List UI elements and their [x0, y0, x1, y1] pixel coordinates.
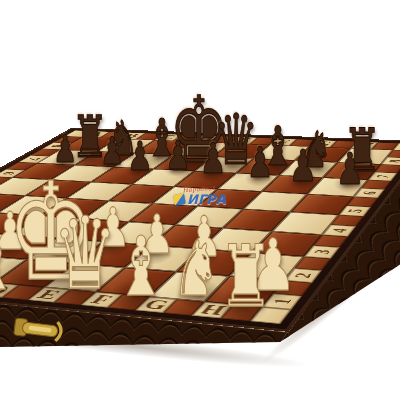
chess-set-photo: AABBCCDDEEFFGGHH1122334455667788 Народна… — [0, 0, 400, 400]
rank-label-6: 6 — [354, 188, 385, 198]
watermark-logo-icon — [173, 193, 186, 206]
photo-watermark: Народная ИГРА — [174, 186, 226, 206]
rank-label-7: 7 — [368, 172, 397, 181]
rank-label-5: 5 — [339, 206, 371, 217]
watermark-text: ИГРА — [187, 193, 226, 206]
